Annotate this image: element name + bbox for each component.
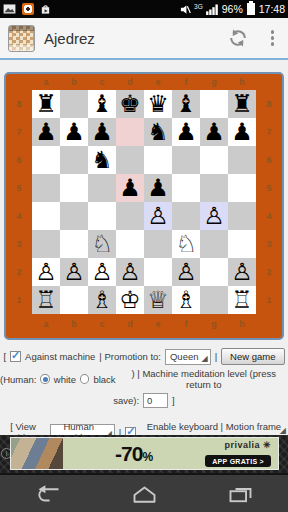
piece-a2-white: ♙ [32, 258, 60, 286]
file-label-h: h [228, 314, 256, 329]
against-machine-label: Against machine [25, 351, 95, 362]
square-g2[interactable] [200, 258, 228, 286]
ad-cta-button[interactable]: APP GRATIS > [205, 455, 271, 467]
dropdown-triangle-icon: ◢ [280, 427, 286, 435]
ad-banner[interactable]: -70% privalia ✳ APP GRATIS > [10, 437, 279, 470]
square-c8[interactable]: ♝ [88, 90, 116, 118]
bracket-close: ] [172, 395, 175, 406]
square-a2[interactable]: ♙ [32, 258, 60, 286]
piece-e4-white: ♙ [144, 202, 172, 230]
square-h6[interactable] [228, 146, 256, 174]
piece-h8-black: ♜ [228, 90, 256, 118]
piece-c3-white: ♘ [88, 230, 116, 258]
separator: | Promotion to: [99, 351, 161, 362]
file-label-a: a [32, 77, 60, 87]
page-title: Ajedrez [44, 30, 95, 47]
against-machine-checkbox[interactable] [10, 351, 21, 362]
square-f8[interactable]: ♝ [172, 90, 200, 118]
chess-board: abcdefgh 87654321 ♜♝♚♛♝♜♟♟♟♞♟♟♟♞♟♟♙♙♘♘♙♙… [4, 72, 284, 340]
file-label-h: h [228, 77, 256, 87]
piece-f3-white: ♘ [172, 230, 200, 258]
square-a7[interactable]: ♟ [32, 118, 60, 146]
rank-label-5: 5 [256, 183, 282, 193]
white-label: white [54, 374, 76, 385]
file-label-e: e [144, 314, 172, 329]
square-h8[interactable]: ♜ [228, 90, 256, 118]
piece-g7-black: ♟ [200, 118, 228, 146]
file-labels-bottom: abcdefgh [6, 314, 282, 338]
square-a1[interactable]: ♖ [32, 286, 60, 314]
recents-icon [227, 484, 254, 504]
square-c4[interactable] [88, 202, 116, 230]
piece-a1-white: ♖ [32, 286, 60, 314]
ad-brand-logo: privalia ✳ [205, 440, 271, 450]
ad-discount: -70% [63, 442, 205, 466]
square-c5[interactable] [88, 174, 116, 202]
piece-d1-white: ♔ [116, 286, 144, 314]
square-e6[interactable] [144, 146, 172, 174]
file-label-g: g [200, 314, 228, 329]
meditation-level-input[interactable]: 0 [143, 393, 168, 408]
square-f5[interactable] [172, 174, 200, 202]
recents-button[interactable] [210, 484, 270, 504]
piece-b2-white: ♙ [60, 258, 88, 286]
corner [6, 314, 32, 319]
square-h7[interactable]: ♟ [228, 118, 256, 146]
piece-c1-white: ♗ [88, 286, 116, 314]
rank-label-7: 7 [6, 127, 32, 137]
file-label-f: f [172, 77, 200, 87]
orange-app-icon [22, 3, 34, 15]
piece-e1-white: ♕ [144, 286, 172, 314]
square-g3[interactable] [200, 230, 228, 258]
square-e2[interactable] [144, 258, 172, 286]
file-label-f: f [172, 314, 200, 329]
square-d3[interactable] [116, 230, 144, 258]
black-radio[interactable] [80, 374, 89, 384]
ad-photo [11, 438, 63, 469]
square-h1[interactable]: ♖ [228, 286, 256, 314]
rank-label-2: 2 [256, 267, 282, 277]
file-label-c: c [88, 77, 116, 87]
square-g8[interactable] [200, 90, 228, 118]
home-icon [131, 484, 158, 504]
human-label: (Human: [0, 374, 36, 385]
square-e5[interactable]: ♟ [144, 174, 172, 202]
square-g5[interactable] [200, 174, 228, 202]
square-e7[interactable]: ♞ [144, 118, 172, 146]
back-button[interactable] [18, 483, 78, 504]
file-label-d: d [116, 314, 144, 329]
rank-label-2: 2 [6, 267, 32, 277]
square-d5[interactable]: ♟ [116, 174, 144, 202]
square-b7[interactable]: ♟ [60, 118, 88, 146]
ad-strip: i -70% privalia ✳ APP GRATIS > [0, 435, 288, 473]
square-a3[interactable] [32, 230, 60, 258]
back-icon [33, 483, 63, 504]
piece-a8-black: ♜ [32, 90, 60, 118]
file-label-e: e [144, 77, 172, 87]
rank-labels-right: 87654321 [256, 90, 282, 314]
square-b8[interactable] [60, 90, 88, 118]
piece-h2-white: ♙ [228, 258, 256, 286]
overflow-menu-icon[interactable] [265, 28, 281, 48]
play-store-icon [40, 4, 51, 15]
square-d4[interactable] [116, 202, 144, 230]
promotion-select[interactable]: Queen ◢ [165, 349, 211, 365]
promotion-value: Queen [170, 351, 199, 362]
piece-d2-white: ♙ [116, 258, 144, 286]
piece-d5-black: ♟ [116, 174, 144, 202]
square-b4[interactable] [60, 202, 88, 230]
rank-label-1: 1 [6, 295, 32, 305]
square-h5[interactable] [228, 174, 256, 202]
file-labels-top: abcdefgh [6, 74, 282, 90]
square-d2[interactable]: ♙ [116, 258, 144, 286]
piece-f8-black: ♝ [172, 90, 200, 118]
status-bar: 3G 96% 17:48 [0, 0, 288, 18]
piece-e7-black: ♞ [144, 118, 172, 146]
battery-percent: 96% [222, 3, 243, 15]
rank-label-4: 4 [6, 211, 32, 221]
signal-icon [206, 4, 219, 15]
square-a5[interactable] [32, 174, 60, 202]
piece-h1-white: ♖ [228, 286, 256, 314]
gallery-icon [3, 4, 16, 14]
piece-c6-black: ♞ [88, 146, 116, 174]
phone-screen: 3G 96% 17:48 Ajedrez abcdefgh 87654321 ♜… [0, 0, 288, 512]
dropdown-triangle-icon: ◢ [201, 355, 207, 363]
file-label-b: b [60, 314, 88, 329]
piece-g4-white: ♙ [200, 202, 228, 230]
file-label-d: d [116, 77, 144, 87]
rank-label-8: 8 [6, 99, 32, 109]
file-label-a: a [32, 314, 60, 329]
square-e3[interactable] [144, 230, 172, 258]
network-type-label: 3G [194, 3, 203, 10]
square-a6[interactable] [32, 146, 60, 174]
rank-label-3: 3 [6, 239, 32, 249]
piece-d8-black: ♚ [116, 90, 144, 118]
square-h3[interactable] [228, 230, 256, 258]
rank-label-8: 8 [256, 99, 282, 109]
ad-discount-number: -70 [115, 442, 142, 465]
square-c1[interactable]: ♗ [88, 286, 116, 314]
square-g1[interactable] [200, 286, 228, 314]
white-radio[interactable] [40, 374, 49, 384]
rank-label-5: 5 [6, 183, 32, 193]
file-label-c: c [88, 314, 116, 329]
rank-label-6: 6 [256, 155, 282, 165]
square-c2[interactable]: ♙ [88, 258, 116, 286]
file-label-g: g [200, 77, 228, 87]
square-c7[interactable]: ♟ [88, 118, 116, 146]
bracket-open: [ [3, 351, 6, 362]
piece-e5-black: ♟ [144, 174, 172, 202]
square-b2[interactable]: ♙ [60, 258, 88, 286]
status-notification-icons [3, 3, 51, 15]
piece-f1-white: ♗ [172, 286, 200, 314]
rank-label-3: 3 [256, 239, 282, 249]
board-squares: ♜♝♚♛♝♜♟♟♟♞♟♟♟♞♟♟♙♙♘♘♙♙♙♙♙♙♖♗♔♕♗♖ [32, 90, 256, 314]
square-c6[interactable]: ♞ [88, 146, 116, 174]
square-d1[interactable]: ♔ [116, 286, 144, 314]
rank-label-4: 4 [256, 211, 282, 221]
piece-b7-black: ♟ [60, 118, 88, 146]
file-label-b: b [60, 77, 88, 87]
rank-label-1: 1 [256, 295, 282, 305]
square-f1[interactable]: ♗ [172, 286, 200, 314]
square-b1[interactable] [60, 286, 88, 314]
new-game-button[interactable]: New game [221, 348, 284, 365]
square-d6[interactable] [116, 146, 144, 174]
square-e8[interactable]: ♛ [144, 90, 172, 118]
square-e1[interactable]: ♕ [144, 286, 172, 314]
square-f6[interactable] [172, 146, 200, 174]
square-g4[interactable]: ♙ [200, 202, 228, 230]
square-b3[interactable] [60, 230, 88, 258]
piece-e8-black: ♛ [144, 90, 172, 118]
corner [256, 314, 282, 319]
piece-a7-black: ♟ [32, 118, 60, 146]
square-a4[interactable] [32, 202, 60, 230]
piece-h7-black: ♟ [228, 118, 256, 146]
rank-labels-left: 87654321 [6, 90, 32, 314]
square-d7[interactable] [116, 118, 144, 146]
square-d8[interactable]: ♚ [116, 90, 144, 118]
square-f7[interactable]: ♟ [172, 118, 200, 146]
piece-c7-black: ♟ [88, 118, 116, 146]
piece-f2-white: ♙ [172, 258, 200, 286]
meditation-label: ) | Machine meditation level (press retu… [120, 368, 288, 390]
square-h2[interactable]: ♙ [228, 258, 256, 286]
battery-icon [247, 3, 255, 15]
square-h4[interactable] [228, 202, 256, 230]
ad-discount-percent: % [142, 450, 153, 464]
square-b5[interactable] [60, 174, 88, 202]
rank-label-7: 7 [256, 127, 282, 137]
square-c3[interactable]: ♘ [88, 230, 116, 258]
square-f3[interactable]: ♘ [172, 230, 200, 258]
piece-c8-black: ♝ [88, 90, 116, 118]
piece-f7-black: ♟ [172, 118, 200, 146]
refresh-icon[interactable] [227, 27, 249, 49]
navigation-bar [0, 473, 288, 512]
piece-c2-white: ♙ [88, 258, 116, 286]
square-a8[interactable]: ♜ [32, 90, 60, 118]
square-f4[interactable] [172, 202, 200, 230]
square-e4[interactable]: ♙ [144, 202, 172, 230]
separator: | [215, 351, 217, 362]
square-g6[interactable] [200, 146, 228, 174]
app-logo-icon [8, 25, 35, 52]
home-button[interactable] [114, 484, 174, 504]
black-label: black [93, 374, 115, 385]
rank-label-6: 6 [6, 155, 32, 165]
square-f2[interactable]: ♙ [172, 258, 200, 286]
mute-icon [180, 4, 191, 15]
action-bar: Ajedrez [0, 18, 288, 60]
clock: 17:48 [259, 3, 285, 15]
save-label: save): [113, 395, 139, 406]
square-b6[interactable] [60, 146, 88, 174]
square-g7[interactable]: ♟ [200, 118, 228, 146]
